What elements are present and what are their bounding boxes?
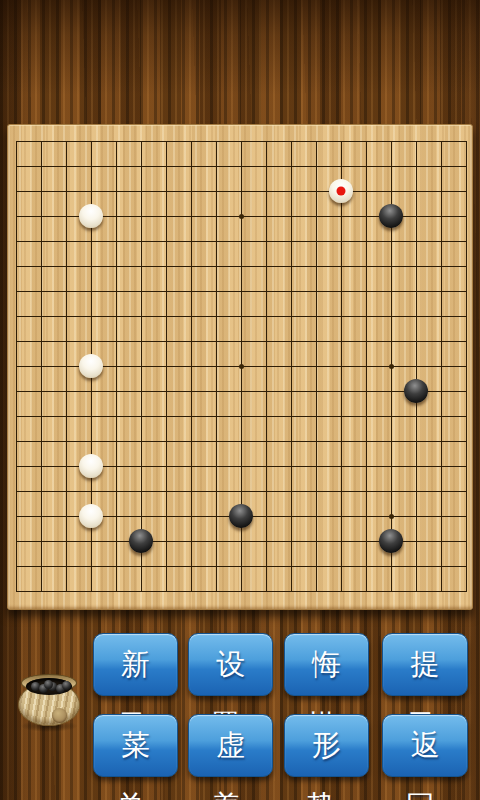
- new-game-button[interactable]: 新局: [93, 633, 178, 696]
- stone-white: [79, 504, 103, 528]
- bowl-knob: [52, 708, 67, 723]
- star-point: [239, 214, 244, 219]
- stone-black: [379, 529, 403, 553]
- evaluate-button[interactable]: 形势: [284, 714, 369, 777]
- settings-button[interactable]: 设置: [188, 633, 273, 696]
- grid-line: [416, 141, 417, 592]
- stone-white: [79, 204, 103, 228]
- stone-white: [79, 354, 103, 378]
- star-point: [389, 514, 394, 519]
- back-button[interactable]: 返回: [382, 714, 468, 777]
- menu-button[interactable]: 菜单: [93, 714, 178, 777]
- grid-line: [16, 416, 467, 417]
- stone-bowl-icon: [18, 672, 80, 734]
- grid-line: [466, 141, 467, 592]
- grid-line: [291, 141, 292, 592]
- bowl-black-stone: [44, 680, 53, 689]
- grid-line: [441, 141, 442, 592]
- grid-line: [16, 591, 467, 592]
- star-point: [239, 364, 244, 369]
- grid-line: [316, 141, 317, 592]
- grid-line: [16, 441, 467, 442]
- star-point: [389, 364, 394, 369]
- stone-black: [404, 379, 428, 403]
- grid-line: [366, 141, 367, 592]
- grid-line: [266, 141, 267, 592]
- app-screen: 新局 设置 悔棋 提示 菜单 虚着 形势 返回: [0, 0, 480, 800]
- stone-white: [79, 454, 103, 478]
- last-move-marker: [337, 187, 346, 196]
- go-board[interactable]: [7, 124, 473, 610]
- stone-black: [129, 529, 153, 553]
- grid-line: [16, 391, 467, 392]
- stone-white: [329, 179, 353, 203]
- grid-line: [16, 566, 467, 567]
- stone-black: [379, 204, 403, 228]
- hint-button[interactable]: 提示: [382, 633, 468, 696]
- stone-black: [229, 504, 253, 528]
- undo-button[interactable]: 悔棋: [284, 633, 369, 696]
- bowl-black-stone: [62, 681, 71, 690]
- pass-button[interactable]: 虚着: [188, 714, 273, 777]
- bowl-opening: [26, 678, 72, 695]
- grid-line: [16, 491, 467, 492]
- grid-line: [341, 141, 342, 592]
